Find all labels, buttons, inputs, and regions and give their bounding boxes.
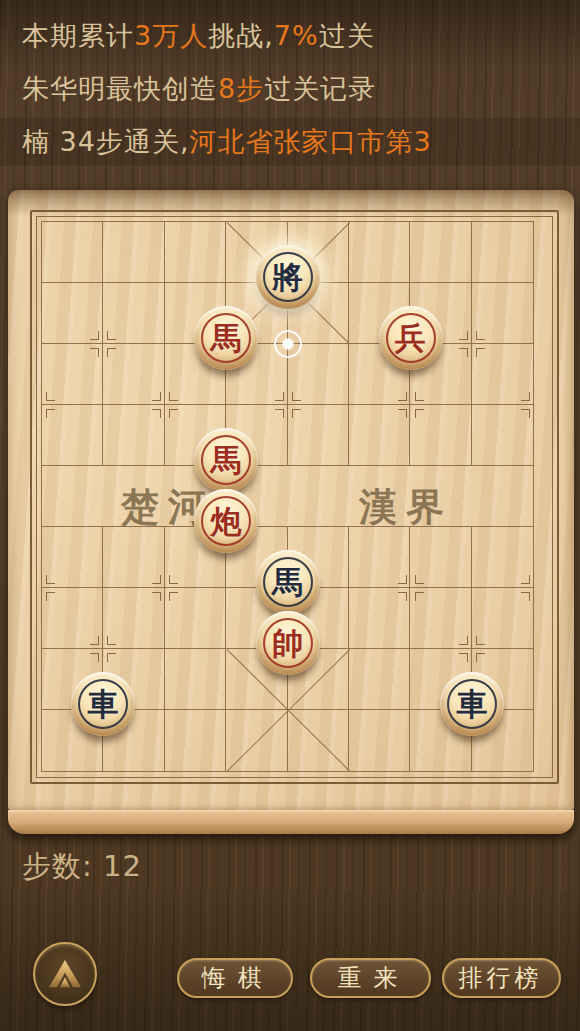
ticker-text: 过关记录 xyxy=(264,73,376,104)
point-mark xyxy=(459,636,468,645)
piece-red-馬[interactable]: 馬 xyxy=(194,428,258,492)
undo-button[interactable]: 悔棋 xyxy=(177,958,293,998)
piece-black-車[interactable]: 車 xyxy=(71,672,135,736)
point-mark xyxy=(152,575,161,584)
piece-glyph: 車 xyxy=(440,672,504,736)
river-label-right: 漢界 xyxy=(359,482,453,533)
piece-glyph: 馬 xyxy=(194,306,258,370)
point-mark xyxy=(459,348,468,357)
point-mark xyxy=(152,592,161,601)
point-mark xyxy=(292,409,301,418)
restart-button[interactable]: 重来 xyxy=(310,958,431,998)
point-mark xyxy=(476,636,485,645)
board-cell[interactable] xyxy=(165,649,226,710)
point-mark xyxy=(46,592,55,601)
point-mark xyxy=(107,653,116,662)
board-cell[interactable] xyxy=(288,466,349,527)
piece-glyph: 炮 xyxy=(194,489,258,553)
point-mark xyxy=(415,392,424,401)
board-front-edge xyxy=(8,810,574,834)
piece-red-帥[interactable]: 帥 xyxy=(256,611,320,675)
point-mark xyxy=(459,331,468,340)
piece-black-將[interactable]: 將 xyxy=(256,245,320,309)
last-move-marker xyxy=(273,329,303,359)
point-mark xyxy=(521,392,530,401)
piece-glyph: 帥 xyxy=(256,611,320,675)
piece-glyph: 馬 xyxy=(194,428,258,492)
point-mark xyxy=(398,409,407,418)
ticker-text: 3万人 xyxy=(134,20,208,51)
point-mark xyxy=(292,392,301,401)
board-cell[interactable] xyxy=(165,222,226,283)
point-mark xyxy=(46,392,55,401)
piece-black-車[interactable]: 車 xyxy=(440,672,504,736)
ticker-line-player-rank: 楠 34步通关,河北省张家口市第3 xyxy=(22,125,432,159)
point-mark xyxy=(398,392,407,401)
ticker-text: 过关 xyxy=(319,20,375,51)
point-mark xyxy=(90,653,99,662)
point-mark xyxy=(275,392,284,401)
piece-glyph: 將 xyxy=(256,245,320,309)
point-mark xyxy=(169,392,178,401)
point-mark xyxy=(521,592,530,601)
board-cell[interactable] xyxy=(42,222,103,283)
move-counter: 步数: 12 xyxy=(22,847,142,887)
ticker-line-challenge-stats: 本期累计3万人挑战,7%过关 xyxy=(22,19,375,53)
point-mark xyxy=(398,575,407,584)
game-screen: 本期累计3万人挑战,7%过关 朱华明最快创造8步过关记录 楠 34步通关,河北省… xyxy=(0,0,580,1031)
point-mark xyxy=(476,331,485,340)
ticker-text: 8步 xyxy=(218,73,264,104)
ticker-text: 河北省张家口市第3 xyxy=(190,126,432,157)
point-mark xyxy=(398,592,407,601)
board-cell[interactable] xyxy=(410,222,471,283)
piece-red-馬[interactable]: 馬 xyxy=(194,306,258,370)
piece-glyph: 兵 xyxy=(379,306,443,370)
point-mark xyxy=(521,575,530,584)
point-mark xyxy=(90,636,99,645)
point-mark xyxy=(275,409,284,418)
point-mark xyxy=(476,348,485,357)
point-mark xyxy=(107,348,116,357)
ticker-text: 朱华明最快创造 xyxy=(22,73,218,104)
piece-red-兵[interactable]: 兵 xyxy=(379,306,443,370)
ticker-text: 7% xyxy=(274,20,319,51)
point-mark xyxy=(90,331,99,340)
piece-glyph: 馬 xyxy=(256,550,320,614)
point-mark xyxy=(415,575,424,584)
board-cell[interactable] xyxy=(103,222,164,283)
board-cell[interactable] xyxy=(42,466,103,527)
board-cell[interactable] xyxy=(165,710,226,771)
point-mark xyxy=(90,348,99,357)
ticker-text: 挑战, xyxy=(208,20,274,51)
up-arrow-icon xyxy=(46,958,84,990)
point-mark xyxy=(169,409,178,418)
home-button[interactable] xyxy=(33,942,97,1006)
board-cell[interactable] xyxy=(472,222,533,283)
point-mark xyxy=(169,592,178,601)
point-mark xyxy=(415,409,424,418)
point-mark xyxy=(46,409,55,418)
point-mark xyxy=(46,575,55,584)
board-cell[interactable] xyxy=(349,710,410,771)
ticker-text: 本期累计 xyxy=(22,20,134,51)
piece-black-馬[interactable]: 馬 xyxy=(256,550,320,614)
leaderboard-button[interactable]: 排行榜 xyxy=(442,958,561,998)
ticker-line-record: 朱华明最快创造8步过关记录 xyxy=(22,72,376,106)
point-mark xyxy=(476,653,485,662)
point-mark xyxy=(152,392,161,401)
piece-red-炮[interactable]: 炮 xyxy=(194,489,258,553)
board-cell[interactable] xyxy=(472,466,533,527)
ticker-text: 楠 34步通关, xyxy=(22,126,190,157)
point-mark xyxy=(107,331,116,340)
board-cell[interactable] xyxy=(349,649,410,710)
point-mark xyxy=(521,409,530,418)
point-mark xyxy=(169,575,178,584)
point-mark xyxy=(459,653,468,662)
point-mark xyxy=(152,409,161,418)
board-cell[interactable] xyxy=(349,222,410,283)
piece-glyph: 車 xyxy=(71,672,135,736)
point-mark xyxy=(415,592,424,601)
point-mark xyxy=(107,636,116,645)
